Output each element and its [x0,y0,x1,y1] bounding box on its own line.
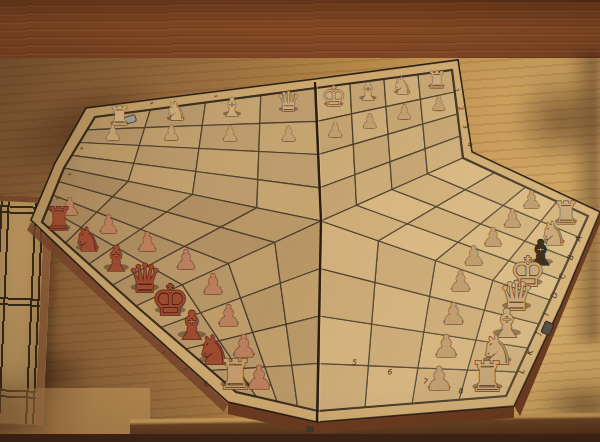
piece-north-king[interactable]: ♚ [321,80,346,113]
piece-southeast-pawn[interactable]: ♟ [432,328,460,364]
piece-north-pawn[interactable]: ♟ [430,92,447,115]
piece-north-rook[interactable]: ♜ [426,66,447,93]
piece-north-pawn[interactable]: ♟ [395,101,413,124]
piece-north-queen[interactable]: ♛ [276,86,300,117]
piece-southeast-rook[interactable]: ♜ [469,352,506,401]
piece-southeast-pawn[interactable]: ♟ [521,186,542,214]
piece-southwest-pawn[interactable]: ♟ [174,244,198,275]
piece-southwest-pawn[interactable]: ♟ [244,359,273,397]
piece-north-pawn[interactable]: ♟ [162,121,181,145]
coordinate-label: 4 [465,141,474,147]
piece-north-pawn[interactable]: ♟ [326,118,344,142]
piece-north-pawn[interactable]: ♟ [279,122,298,146]
piece-southwest-pawn[interactable]: ♟ [200,268,225,301]
piece-north-pawn[interactable]: ♟ [103,121,121,145]
piece-north-pawn[interactable]: ♟ [221,122,240,146]
piece-southwest-pawn[interactable]: ♟ [136,227,159,257]
piece-north-knight[interactable]: ♞ [392,72,413,100]
piece-north-bishop[interactable]: ♝ [357,77,379,106]
piece-southwest-knight[interactable]: ♞ [73,220,103,259]
piece-north-pawn[interactable]: ♟ [361,109,379,133]
piece-southeast-pawn[interactable]: ♟ [424,360,453,398]
photo-scene: ABCDIJKL567881234 ♜♞♝♚♛♟♝♟♞♜♟♟♟♟♟♟♟♟♜♟♜♟… [0,0,600,442]
piece-southeast-pawn[interactable]: ♟ [440,297,466,331]
piece-north-bishop[interactable]: ♝ [221,92,244,122]
piece-southeast-pawn[interactable]: ♟ [448,265,473,298]
three-player-chess-board: ABCDIJKL567881234 ♜♞♝♚♛♟♝♟♞♜♟♟♟♟♟♟♟♟♜♟♜♟… [0,0,600,442]
piece-southwest-rook[interactable]: ♜ [45,200,74,238]
